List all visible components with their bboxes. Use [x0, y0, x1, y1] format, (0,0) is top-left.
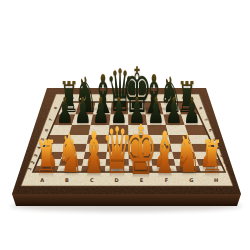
- pieces-layer: ♜♞♝♛♚♝♞♜♟♟♟♟♟♟♟♟♟♟♟♟♟♟♟♟♜♞♝♛♚♝♞♜: [0, 0, 250, 250]
- white-knight-b1[interactable]: ♞: [57, 128, 83, 182]
- white-rook-h1[interactable]: ♜: [201, 134, 223, 180]
- chess-set-photo: AABBCCDDEEFFGGHH1122334455667788 ♜♞♝♛♚♝♞…: [0, 0, 250, 250]
- white-rook-a1[interactable]: ♜: [35, 134, 57, 180]
- white-knight-g1[interactable]: ♞: [175, 128, 201, 182]
